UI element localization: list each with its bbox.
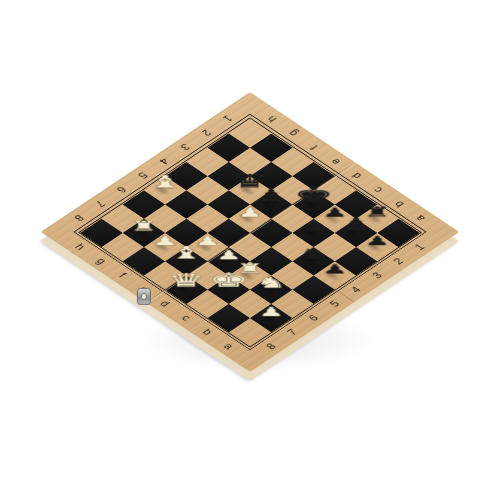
square-b6[interactable] [250,275,292,303]
square-a8[interactable] [229,318,271,346]
coord-label-se-7: 7 [277,322,308,343]
square-b5[interactable] [271,261,313,289]
square-b7[interactable] [229,289,271,317]
edge-seam [338,291,355,303]
square-c6[interactable] [229,261,271,289]
piece-white-pawn-e4[interactable]: ♟ [224,206,276,219]
piece-black-pawn-c3[interactable]: ♟ [288,220,340,233]
piece-white-rook-g7[interactable]: ♜ [118,219,170,232]
metal-clasp-icon[interactable] [137,288,151,305]
square-g8[interactable] [102,232,144,260]
piece-white-bishop-h5[interactable]: ♝ [139,173,191,190]
square-b8[interactable] [208,303,250,331]
coord-label-nw-8: 8 [64,207,95,228]
square-f8[interactable] [123,247,165,275]
square-c5[interactable] [250,247,292,275]
square-d6[interactable] [208,247,250,275]
square-a7[interactable] [250,303,292,331]
square-c7[interactable] [208,275,250,303]
square-a6[interactable] [271,289,313,317]
square-a3[interactable] [335,247,377,275]
chess-set-photo: hhggffeeddccbbaa1122334455667788 ♝♛♚♝♟♜♟… [0,0,500,500]
coord-label-se-8: 8 [256,336,287,357]
square-d8[interactable] [165,275,207,303]
square-a4[interactable] [314,261,356,289]
square-c8[interactable] [186,289,228,317]
